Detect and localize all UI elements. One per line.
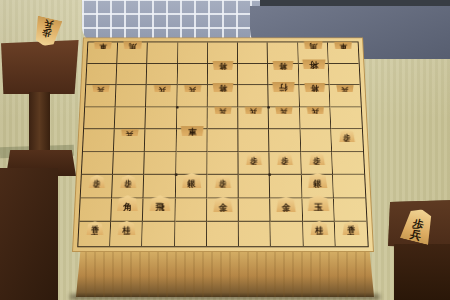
piece-kanji: 車	[188, 127, 197, 136]
gote-komadai-pillar	[29, 92, 50, 154]
square-5f[interactable]	[207, 152, 238, 175]
piece-kanji: 兵	[189, 86, 196, 93]
piece-kanji: 兵	[126, 130, 133, 137]
hoshi-point	[269, 174, 272, 177]
square-4h[interactable]	[239, 198, 271, 222]
piece-kanji: 将	[279, 62, 287, 70]
dark-table-corner	[0, 168, 58, 300]
piece-kanji: 兵	[97, 86, 104, 93]
square-8c[interactable]	[116, 85, 147, 107]
piece-kanji: 兵	[250, 108, 257, 115]
piece-kanji: 兵	[409, 228, 422, 242]
square-5e[interactable]	[207, 129, 238, 152]
piece-kanji: 兵	[341, 86, 348, 93]
square-6i[interactable]	[175, 222, 207, 246]
square-7e[interactable]	[145, 129, 176, 152]
piece-kanji: 馬	[309, 42, 317, 49]
piece-kanji: 車	[339, 43, 347, 50]
square-9b[interactable]	[86, 64, 117, 86]
square-7g[interactable]	[144, 175, 176, 198]
square-1d[interactable]	[330, 107, 362, 129]
square-5a[interactable]	[208, 42, 238, 63]
board-grid[interactable]: 香車桂馬桂馬香車金将金将王将歩兵歩兵歩兵銀将角行銀将歩兵歩兵歩兵歩兵歩兵歩兵飛車…	[77, 42, 369, 248]
square-3i[interactable]	[271, 222, 304, 246]
square-2e[interactable]	[300, 129, 332, 152]
square-1h[interactable]	[334, 198, 367, 222]
square-9d[interactable]	[84, 107, 116, 129]
piece-kanji: 行	[280, 83, 289, 91]
piece-kanji: 将	[219, 84, 227, 92]
square-6d[interactable]	[177, 107, 208, 129]
shogi-scene: 香車桂馬桂馬香車金将金将王将歩兵歩兵歩兵銀将角行銀将歩兵歩兵歩兵歩兵歩兵歩兵飛車…	[0, 0, 450, 300]
shogi-board[interactable]: 香車桂馬桂馬香車金将金将王将歩兵歩兵歩兵銀将角行銀将歩兵歩兵歩兵歩兵歩兵歩兵飛車…	[72, 37, 374, 252]
square-1b[interactable]	[329, 64, 360, 86]
square-6a[interactable]	[178, 42, 208, 63]
square-3g[interactable]	[270, 175, 302, 198]
square-4b[interactable]	[238, 64, 269, 86]
square-1f[interactable]	[332, 152, 364, 175]
board-side-face	[76, 250, 374, 297]
square-9h[interactable]	[79, 198, 112, 222]
square-4g[interactable]	[239, 175, 271, 198]
square-1g[interactable]	[333, 175, 366, 198]
piece-kanji: 車	[99, 43, 107, 50]
hoshi-point	[176, 106, 179, 109]
square-7d[interactable]	[146, 107, 177, 129]
square-4a[interactable]	[238, 42, 268, 63]
piece-kanji: 兵	[281, 108, 288, 115]
square-3a[interactable]	[268, 42, 299, 63]
square-6f[interactable]	[176, 152, 208, 175]
square-7i[interactable]	[143, 222, 176, 246]
square-8d[interactable]	[115, 107, 146, 129]
square-4e[interactable]	[238, 129, 269, 152]
square-4i[interactable]	[239, 222, 271, 246]
piece-kanji: 兵	[219, 108, 226, 115]
piece-kanji: 将	[310, 84, 318, 92]
square-9f[interactable]	[82, 152, 114, 175]
square-7f[interactable]	[145, 152, 177, 175]
square-7a[interactable]	[148, 42, 179, 63]
piece-kanji: 将	[219, 62, 227, 70]
hoshi-point	[268, 106, 271, 109]
square-6b[interactable]	[177, 64, 208, 86]
piece-kanji: 将	[309, 61, 318, 70]
square-8b[interactable]	[117, 64, 148, 86]
square-4c[interactable]	[238, 85, 269, 107]
hoshi-point	[174, 174, 177, 177]
square-3e[interactable]	[269, 129, 300, 152]
square-8f[interactable]	[113, 152, 145, 175]
square-5i[interactable]	[207, 222, 239, 246]
piece-kanji: 兵	[312, 108, 319, 115]
square-9e[interactable]	[83, 129, 115, 152]
gote-komadai-top	[1, 40, 81, 94]
sente-komadai-legs	[394, 244, 450, 300]
piece-kanji: 兵	[43, 18, 54, 29]
piece-kanji: 馬	[129, 42, 137, 49]
square-6h[interactable]	[175, 198, 207, 222]
piece-kanji: 兵	[158, 86, 165, 93]
square-7b[interactable]	[147, 64, 178, 86]
